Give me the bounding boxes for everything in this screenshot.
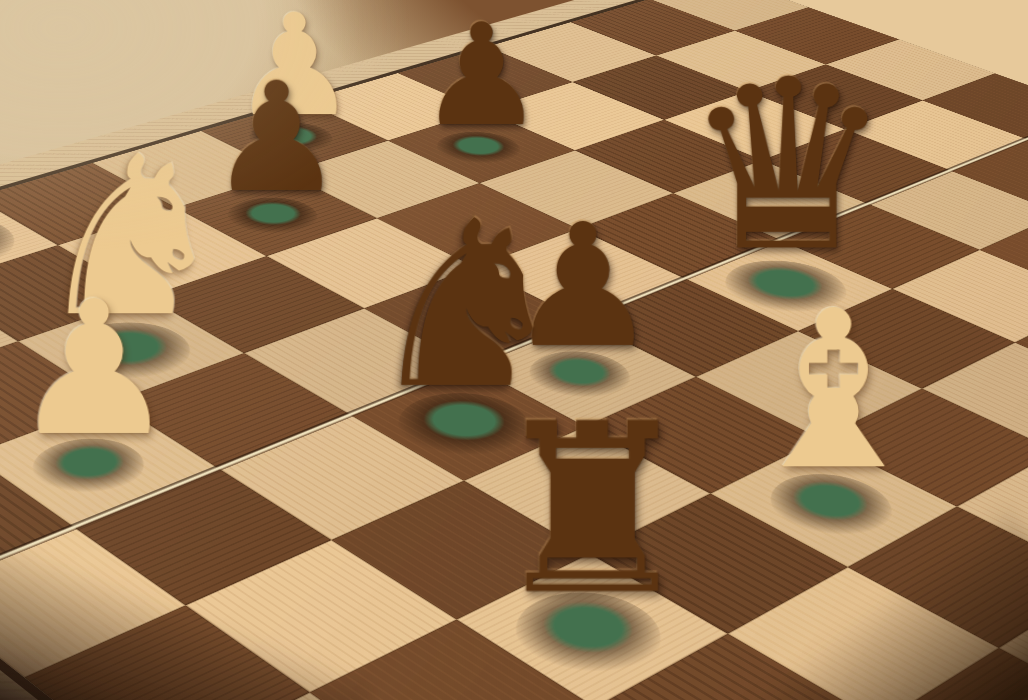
vignette: [0, 0, 1028, 700]
chess-set-photo: ♚♟♟♟♞♟♞♟♛♜♝: [0, 0, 1028, 700]
